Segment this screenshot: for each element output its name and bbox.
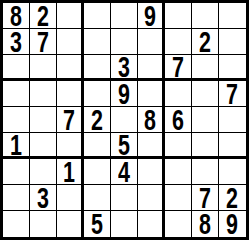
given-digit: 2 [227, 185, 239, 211]
cell-r7c6[interactable] [138, 159, 165, 185]
cell-r2c5[interactable] [111, 29, 138, 55]
cell-r2c3[interactable] [57, 29, 84, 55]
cell-r8c4[interactable] [84, 185, 111, 211]
cell-r5c6[interactable]: 8 [138, 107, 165, 133]
given-digit: 7 [227, 81, 239, 107]
cell-r4c5[interactable]: 9 [111, 81, 138, 107]
cell-r9c7[interactable] [165, 211, 192, 237]
cell-r1c3[interactable] [57, 3, 84, 29]
cell-r6c7[interactable] [165, 133, 192, 159]
cell-r1c6[interactable]: 9 [138, 3, 165, 29]
cell-r6c2[interactable] [30, 133, 57, 159]
cell-r2c2[interactable]: 7 [30, 29, 57, 55]
cell-r5c1[interactable] [3, 107, 30, 133]
cell-r3c1[interactable] [3, 55, 30, 81]
given-digit: 7 [37, 29, 49, 55]
cell-r8c5[interactable] [111, 185, 138, 211]
cell-r5c5[interactable] [111, 107, 138, 133]
cell-r8c8[interactable]: 7 [192, 185, 219, 211]
cell-r3c3[interactable] [57, 55, 84, 81]
cell-r7c8[interactable] [192, 159, 219, 185]
given-digit: 2 [199, 29, 211, 55]
cell-r7c4[interactable] [84, 159, 111, 185]
given-digit: 7 [63, 107, 75, 133]
given-digit: 5 [91, 211, 103, 237]
cell-r4c3[interactable] [57, 81, 84, 107]
cell-r2c1[interactable]: 3 [3, 29, 30, 55]
given-digit: 9 [227, 211, 239, 237]
cell-r2c7[interactable] [165, 29, 192, 55]
cell-r9c1[interactable] [3, 211, 30, 237]
cell-r9c5[interactable] [111, 211, 138, 237]
cell-r7c2[interactable] [30, 159, 57, 185]
given-digit: 3 [118, 55, 130, 81]
cell-r4c7[interactable] [165, 81, 192, 107]
cell-r6c1[interactable]: 1 [3, 133, 30, 159]
cell-r3c6[interactable] [138, 55, 165, 81]
cell-r6c6[interactable] [138, 133, 165, 159]
cell-r2c6[interactable] [138, 29, 165, 55]
cell-r3c7[interactable]: 7 [165, 55, 192, 81]
cell-r3c5[interactable]: 3 [111, 55, 138, 81]
cell-r6c9[interactable] [219, 133, 246, 159]
given-digit: 3 [37, 185, 49, 211]
cell-r3c9[interactable] [219, 55, 246, 81]
cell-r7c5[interactable]: 4 [111, 159, 138, 185]
cell-r4c1[interactable] [3, 81, 30, 107]
given-digit: 9 [144, 3, 156, 29]
cell-r1c5[interactable] [111, 3, 138, 29]
given-digit: 2 [37, 3, 49, 29]
given-digit: 7 [199, 185, 211, 211]
cell-r3c4[interactable] [84, 55, 111, 81]
given-digit: 8 [10, 3, 22, 29]
cell-r8c1[interactable] [3, 185, 30, 211]
given-digit: 8 [144, 107, 156, 133]
cell-r2c9[interactable] [219, 29, 246, 55]
cell-r4c2[interactable] [30, 81, 57, 107]
cell-r7c3[interactable]: 1 [57, 159, 84, 185]
given-digit: 4 [118, 159, 130, 185]
given-digit: 3 [10, 29, 22, 55]
cell-r5c3[interactable]: 7 [57, 107, 84, 133]
cell-r8c3[interactable] [57, 185, 84, 211]
cell-r9c6[interactable] [138, 211, 165, 237]
cell-r8c7[interactable] [165, 185, 192, 211]
cell-r3c8[interactable] [192, 55, 219, 81]
given-digit: 1 [63, 159, 75, 185]
cell-r8c9[interactable]: 2 [219, 185, 246, 211]
cell-r5c8[interactable] [192, 107, 219, 133]
given-digit: 5 [118, 133, 130, 159]
cell-r5c7[interactable]: 6 [165, 107, 192, 133]
cell-r1c1[interactable]: 8 [3, 3, 30, 29]
cell-r2c4[interactable] [84, 29, 111, 55]
given-digit: 9 [118, 81, 130, 107]
cell-r1c4[interactable] [84, 3, 111, 29]
cell-r1c9[interactable] [219, 3, 246, 29]
cell-r1c2[interactable]: 2 [30, 3, 57, 29]
cell-r9c3[interactable] [57, 211, 84, 237]
cell-r7c1[interactable] [3, 159, 30, 185]
cell-r4c4[interactable] [84, 81, 111, 107]
cell-r1c7[interactable] [165, 3, 192, 29]
cell-r2c8[interactable]: 2 [192, 29, 219, 55]
given-digit: 2 [91, 107, 103, 133]
cell-r8c6[interactable] [138, 185, 165, 211]
cell-r9c4[interactable]: 5 [84, 211, 111, 237]
cell-r4c9[interactable]: 7 [219, 81, 246, 107]
cell-r1c8[interactable] [192, 3, 219, 29]
cell-r9c8[interactable]: 8 [192, 211, 219, 237]
cell-r7c7[interactable] [165, 159, 192, 185]
cell-r9c2[interactable] [30, 211, 57, 237]
cell-r5c4[interactable]: 2 [84, 107, 111, 133]
cell-r6c8[interactable] [192, 133, 219, 159]
cell-r4c8[interactable] [192, 81, 219, 107]
cell-r9c9[interactable]: 9 [219, 211, 246, 237]
given-digit: 7 [172, 55, 184, 81]
cell-r6c4[interactable] [84, 133, 111, 159]
given-digit: 1 [10, 133, 22, 159]
cell-r5c9[interactable] [219, 107, 246, 133]
cell-r4c6[interactable] [138, 81, 165, 107]
sudoku-board: 829372379772861514372589 [0, 0, 249, 240]
given-digit: 8 [199, 211, 211, 237]
cell-r3c2[interactable] [30, 55, 57, 81]
cell-r6c3[interactable] [57, 133, 84, 159]
cell-r5c2[interactable] [30, 107, 57, 133]
cell-r6c5[interactable]: 5 [111, 133, 138, 159]
cell-r7c9[interactable] [219, 159, 246, 185]
cell-r8c2[interactable]: 3 [30, 185, 57, 211]
given-digit: 6 [172, 107, 184, 133]
